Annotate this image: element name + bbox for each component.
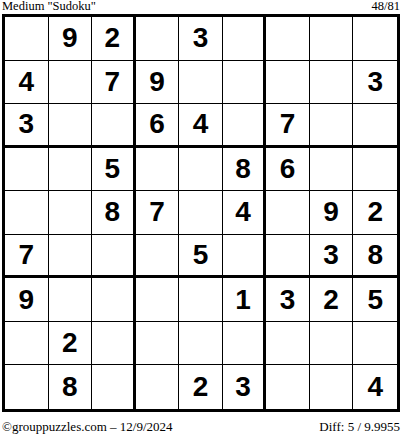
sudoku-board: 923479336475868749275389132528234 — [2, 14, 400, 412]
cell-r2c2[interactable] — [49, 61, 93, 105]
cell-r3c6[interactable] — [223, 104, 267, 148]
cell-r7c4[interactable] — [136, 278, 180, 322]
cell-r9c9[interactable]: 4 — [353, 365, 397, 409]
cell-r2c7[interactable] — [266, 61, 310, 105]
cell-r3c8[interactable] — [310, 104, 354, 148]
cell-r6c6[interactable] — [223, 235, 267, 279]
cell-r3c7[interactable]: 7 — [266, 104, 310, 148]
cell-r9c6[interactable]: 3 — [223, 365, 267, 409]
cell-r6c8[interactable]: 3 — [310, 235, 354, 279]
cell-r5c4[interactable]: 7 — [136, 191, 180, 235]
cell-r8c7[interactable] — [266, 322, 310, 366]
sudoku-page: Medium "Sudoku" 48/81 923479336475868749… — [0, 0, 402, 437]
cell-r6c2[interactable] — [49, 235, 93, 279]
cell-r5c9[interactable]: 2 — [353, 191, 397, 235]
cell-r9c5[interactable]: 2 — [179, 365, 223, 409]
cell-r2c5[interactable] — [179, 61, 223, 105]
cell-r2c3[interactable]: 7 — [92, 61, 136, 105]
cell-r4c2[interactable] — [49, 148, 93, 192]
cell-r5c2[interactable] — [49, 191, 93, 235]
cell-r8c3[interactable] — [92, 322, 136, 366]
cell-r2c6[interactable] — [223, 61, 267, 105]
cell-r7c9[interactable]: 5 — [353, 278, 397, 322]
cell-r4c8[interactable] — [310, 148, 354, 192]
cell-r9c1[interactable] — [5, 365, 49, 409]
cell-r7c8[interactable]: 2 — [310, 278, 354, 322]
cell-r5c1[interactable] — [5, 191, 49, 235]
cell-r8c5[interactable] — [179, 322, 223, 366]
footer: ©grouppuzzles.com – 12/9/2024 Diff: 5 / … — [2, 419, 400, 434]
cell-r6c7[interactable] — [266, 235, 310, 279]
cell-r7c7[interactable]: 3 — [266, 278, 310, 322]
cell-r6c3[interactable] — [92, 235, 136, 279]
cell-r3c1[interactable]: 3 — [5, 104, 49, 148]
cell-r6c5[interactable]: 5 — [179, 235, 223, 279]
cell-r4c7[interactable]: 6 — [266, 148, 310, 192]
cell-r4c1[interactable] — [5, 148, 49, 192]
cell-r5c5[interactable] — [179, 191, 223, 235]
cell-r9c7[interactable] — [266, 365, 310, 409]
cell-r9c4[interactable] — [136, 365, 180, 409]
cell-r6c9[interactable]: 8 — [353, 235, 397, 279]
cell-r5c8[interactable]: 9 — [310, 191, 354, 235]
cell-r3c3[interactable] — [92, 104, 136, 148]
cell-r1c4[interactable] — [136, 17, 180, 61]
cell-r8c6[interactable] — [223, 322, 267, 366]
cell-r4c3[interactable]: 5 — [92, 148, 136, 192]
footer-copyright: ©grouppuzzles.com – 12/9/2024 — [2, 419, 173, 434]
cell-r4c6[interactable]: 8 — [223, 148, 267, 192]
cell-r9c3[interactable] — [92, 365, 136, 409]
cell-r3c2[interactable] — [49, 104, 93, 148]
cell-r9c8[interactable] — [310, 365, 354, 409]
cell-r2c8[interactable] — [310, 61, 354, 105]
cell-r8c1[interactable] — [5, 322, 49, 366]
cell-r8c9[interactable] — [353, 322, 397, 366]
cell-r1c5[interactable]: 3 — [179, 17, 223, 61]
cell-r2c9[interactable]: 3 — [353, 61, 397, 105]
cell-r5c7[interactable] — [266, 191, 310, 235]
progress-counter: 48/81 — [372, 0, 400, 13]
cell-r4c9[interactable] — [353, 148, 397, 192]
cell-r4c4[interactable] — [136, 148, 180, 192]
cell-r1c7[interactable] — [266, 17, 310, 61]
cell-r7c2[interactable] — [49, 278, 93, 322]
cell-r1c1[interactable] — [5, 17, 49, 61]
cell-r5c6[interactable]: 4 — [223, 191, 267, 235]
cell-r7c1[interactable]: 9 — [5, 278, 49, 322]
cell-r3c9[interactable] — [353, 104, 397, 148]
cell-r7c3[interactable] — [92, 278, 136, 322]
cell-r1c6[interactable] — [223, 17, 267, 61]
page-title: Medium "Sudoku" — [2, 0, 96, 13]
cell-r5c3[interactable]: 8 — [92, 191, 136, 235]
cell-r3c4[interactable]: 6 — [136, 104, 180, 148]
cell-r8c4[interactable] — [136, 322, 180, 366]
cell-r6c1[interactable]: 7 — [5, 235, 49, 279]
footer-difficulty: Diff: 5 / 9.9955 — [319, 419, 400, 434]
cell-r4c5[interactable] — [179, 148, 223, 192]
cell-r1c3[interactable]: 2 — [92, 17, 136, 61]
cell-r7c6[interactable]: 1 — [223, 278, 267, 322]
cell-r1c8[interactable] — [310, 17, 354, 61]
header: Medium "Sudoku" 48/81 — [2, 0, 400, 14]
cell-r2c1[interactable]: 4 — [5, 61, 49, 105]
cell-r1c9[interactable] — [353, 17, 397, 61]
cell-r7c5[interactable] — [179, 278, 223, 322]
cell-r6c4[interactable] — [136, 235, 180, 279]
cell-r8c2[interactable]: 2 — [49, 322, 93, 366]
cell-r9c2[interactable]: 8 — [49, 365, 93, 409]
cell-r8c8[interactable] — [310, 322, 354, 366]
cell-r1c2[interactable]: 9 — [49, 17, 93, 61]
cell-r3c5[interactable]: 4 — [179, 104, 223, 148]
cell-r2c4[interactable]: 9 — [136, 61, 180, 105]
